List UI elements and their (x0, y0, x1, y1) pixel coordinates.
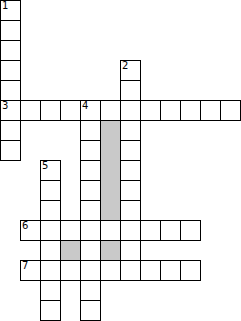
grid-cell[interactable] (0, 100, 21, 121)
shaded-cell[interactable] (100, 240, 121, 261)
crossword-board: 1234567 (0, 0, 241, 321)
grid-cell[interactable] (160, 220, 181, 241)
grid-cell[interactable] (40, 280, 61, 301)
grid-cell[interactable] (60, 220, 81, 241)
grid-cell[interactable] (120, 100, 141, 121)
grid-cell[interactable] (120, 120, 141, 141)
grid-cell[interactable] (0, 60, 21, 81)
grid-cell[interactable] (80, 240, 101, 261)
grid-cell[interactable] (120, 140, 141, 161)
grid-cell[interactable] (40, 100, 61, 121)
shaded-cell[interactable] (60, 240, 81, 261)
grid-cell[interactable] (100, 100, 121, 121)
grid-cell[interactable] (0, 0, 21, 21)
grid-cell[interactable] (180, 260, 201, 281)
grid-cell[interactable] (60, 100, 81, 121)
grid-cell[interactable] (40, 180, 61, 201)
grid-cell[interactable] (40, 220, 61, 241)
grid-cell[interactable] (160, 100, 181, 121)
grid-cell[interactable] (140, 100, 161, 121)
grid-cell[interactable] (0, 80, 21, 101)
grid-cell[interactable] (20, 220, 41, 241)
grid-cell[interactable] (140, 260, 161, 281)
grid-cell[interactable] (80, 260, 101, 281)
grid-cell[interactable] (40, 200, 61, 221)
grid-cell[interactable] (0, 140, 21, 161)
grid-cell[interactable] (100, 220, 121, 241)
grid-cell[interactable] (80, 280, 101, 301)
grid-cell[interactable] (120, 160, 141, 181)
grid-cell[interactable] (120, 60, 141, 81)
grid-cell[interactable] (80, 300, 101, 321)
grid-cell[interactable] (80, 160, 101, 181)
grid-cell[interactable] (180, 100, 201, 121)
grid-cell[interactable] (120, 80, 141, 101)
grid-cell[interactable] (100, 260, 121, 281)
grid-cell[interactable] (80, 140, 101, 161)
grid-cell[interactable] (0, 40, 21, 61)
grid-cell[interactable] (20, 100, 41, 121)
grid-cell[interactable] (40, 240, 61, 261)
grid-cell[interactable] (80, 220, 101, 241)
grid-cell[interactable] (80, 200, 101, 221)
grid-cell[interactable] (60, 260, 81, 281)
grid-cell[interactable] (0, 20, 21, 41)
grid-cell[interactable] (200, 100, 221, 121)
grid-cell[interactable] (40, 160, 61, 181)
grid-cell[interactable] (120, 220, 141, 241)
grid-cell[interactable] (40, 260, 61, 281)
grid-cell[interactable] (220, 100, 241, 121)
grid-cell[interactable] (0, 120, 21, 141)
grid-cell[interactable] (180, 220, 201, 241)
grid-cell[interactable] (120, 260, 141, 281)
grid-cell[interactable] (20, 260, 41, 281)
grid-cell[interactable] (160, 260, 181, 281)
grid-cell[interactable] (40, 300, 61, 321)
shaded-cell[interactable] (100, 120, 121, 221)
grid-cell[interactable] (80, 100, 101, 121)
grid-cell[interactable] (140, 220, 161, 241)
grid-cell[interactable] (80, 180, 101, 201)
grid-cell[interactable] (120, 240, 141, 261)
grid-cell[interactable] (80, 120, 101, 141)
grid-cell[interactable] (120, 180, 141, 201)
grid-cell[interactable] (120, 200, 141, 221)
